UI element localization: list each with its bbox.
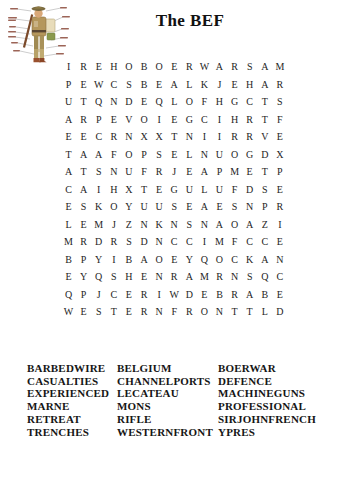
grid-cell-r6c5: O <box>121 146 136 164</box>
grid-cell-r5c11: I <box>212 128 227 146</box>
grid-cell-r11c1: M <box>61 233 76 251</box>
grid-cell-r6c13: G <box>242 146 257 164</box>
grid-cell-r4c7: I <box>152 111 167 129</box>
grid-cell-r15c5: E <box>121 303 136 321</box>
grid-cell-r7c1: A <box>61 163 76 181</box>
word-list-item: YPRES <box>218 426 316 439</box>
grid-cell-r11c4: R <box>106 233 121 251</box>
grid-cell-r10c12: O <box>227 216 242 234</box>
grid-cell-r2c15: R <box>272 76 287 94</box>
grid-cell-r7c9: E <box>182 163 197 181</box>
grid-cell-r2c4: C <box>106 76 121 94</box>
grid-cell-r15c10: O <box>197 303 212 321</box>
grid-cell-r3c9: O <box>182 93 197 111</box>
grid-cell-r14c2: P <box>76 286 91 304</box>
grid-cell-r15c8: F <box>167 303 182 321</box>
grid-cell-r11c15: E <box>272 233 287 251</box>
grid-cell-r12c14: A <box>257 251 272 269</box>
grid-cell-r9c6: U <box>136 198 151 216</box>
grid-cell-r10c10: N <box>197 216 212 234</box>
grid-cell-r9c1: E <box>61 198 76 216</box>
grid-cell-r2c14: A <box>257 76 272 94</box>
grid-cell-r15c4: T <box>106 303 121 321</box>
grid-cell-r6c6: P <box>136 146 151 164</box>
grid-cell-r4c8: E <box>167 111 182 129</box>
grid-cell-r10c11: A <box>212 216 227 234</box>
grid-cell-r3c1: U <box>61 93 76 111</box>
grid-cell-r12c1: B <box>61 251 76 269</box>
grid-cell-r9c12: S <box>227 198 242 216</box>
grid-cell-r4c10: C <box>197 111 212 129</box>
grid-cell-r12c5: B <box>121 251 136 269</box>
grid-cell-r11c12: F <box>227 233 242 251</box>
grid-cell-r7c4: N <box>106 163 121 181</box>
grid-cell-r10c13: A <box>242 216 257 234</box>
grid-cell-r14c15: E <box>272 286 287 304</box>
right-puttee-shape <box>40 49 44 58</box>
grid-cell-r7c2: T <box>76 163 91 181</box>
grid-cell-r5c15: E <box>272 128 287 146</box>
grid-cell-r15c7: N <box>152 303 167 321</box>
grid-cell-r6c2: A <box>76 146 91 164</box>
grid-cell-r2c5: S <box>121 76 136 94</box>
page-title: The BEF <box>26 11 354 31</box>
word-list-item: RIFLE <box>117 413 213 426</box>
word-list-item: RETREAT <box>27 413 109 426</box>
grid-cell-r11c13: C <box>242 233 257 251</box>
grid-cell-r7c7: R <box>152 163 167 181</box>
grid-cell-r15c13: T <box>242 303 257 321</box>
grid-cell-r6c3: A <box>91 146 106 164</box>
grid-cell-r5c8: T <box>167 128 182 146</box>
grid-cell-r6c7: S <box>152 146 167 164</box>
grid-cell-r10c5: Z <box>121 216 136 234</box>
grid-cell-r9c14: P <box>257 198 272 216</box>
grid-cell-r4c1: A <box>61 111 76 129</box>
grid-cell-r12c4: I <box>106 251 121 269</box>
grid-cell-r13c15: C <box>272 268 287 286</box>
grid-cell-r15c11: N <box>212 303 227 321</box>
grid-cell-r10c9: S <box>182 216 197 234</box>
grid-cell-r4c4: E <box>106 111 121 129</box>
grid-cell-r3c15: S <box>272 93 287 111</box>
grid-cell-r2c8: A <box>167 76 182 94</box>
grid-cell-r14c9: D <box>182 286 197 304</box>
grid-cell-r2c7: E <box>152 76 167 94</box>
grid-cell-r3c5: D <box>121 93 136 111</box>
grid-cell-r10c14: Z <box>257 216 272 234</box>
grid-cell-r15c9: R <box>182 303 197 321</box>
grid-cell-r5c9: N <box>182 128 197 146</box>
grid-cell-r9c7: U <box>152 198 167 216</box>
grid-cell-r3c8: L <box>167 93 182 111</box>
grid-cell-r7c15: P <box>272 163 287 181</box>
grid-cell-r2c10: K <box>197 76 212 94</box>
grid-cell-r11c10: I <box>197 233 212 251</box>
grid-cell-r9c3: K <box>91 198 106 216</box>
word-list-item: PROFESSIONAL <box>218 400 316 413</box>
grid-cell-r3c2: T <box>76 93 91 111</box>
grid-cell-r12c12: C <box>227 251 242 269</box>
grid-cell-r15c3: S <box>91 303 106 321</box>
grid-cell-r1c7: O <box>152 58 167 76</box>
grid-cell-r15c15: D <box>272 303 287 321</box>
grid-cell-r4c12: H <box>227 111 242 129</box>
grid-cell-r15c12: T <box>227 303 242 321</box>
grid-cell-r3c6: E <box>136 93 151 111</box>
grid-cell-r11c8: C <box>167 233 182 251</box>
grid-cell-r8c1: C <box>61 181 76 199</box>
grid-cell-r1c11: A <box>212 58 227 76</box>
grid-cell-r9c10: A <box>197 198 212 216</box>
grid-cell-r14c1: Q <box>61 286 76 304</box>
grid-cell-r7c6: F <box>136 163 151 181</box>
grid-cell-r5c13: R <box>242 128 257 146</box>
grid-cell-r10c7: K <box>152 216 167 234</box>
grid-cell-r13c12: N <box>227 268 242 286</box>
grid-cell-r1c6: B <box>136 58 151 76</box>
grid-cell-r13c2: Y <box>76 268 91 286</box>
grid-cell-r10c1: L <box>61 216 76 234</box>
word-list-column-1: BARBEDWIRECASUALTIESEXPERIENCEDMARNERETR… <box>27 362 109 438</box>
grid-cell-r14c8: W <box>167 286 182 304</box>
grid-cell-r11c14: C <box>257 233 272 251</box>
grid-cell-r3c11: H <box>212 93 227 111</box>
word-list-item: MARNE <box>27 400 109 413</box>
grid-cell-r6c4: F <box>106 146 121 164</box>
grid-cell-r15c2: E <box>76 303 91 321</box>
grid-cell-r7c10: A <box>197 163 212 181</box>
grid-cell-r10c6: N <box>136 216 151 234</box>
grid-cell-r9c11: E <box>212 198 227 216</box>
grid-cell-r4c14: T <box>257 111 272 129</box>
grid-cell-r8c13: D <box>242 181 257 199</box>
grid-cell-r1c9: R <box>182 58 197 76</box>
grid-cell-r4c3: P <box>91 111 106 129</box>
grid-cell-r8c3: I <box>91 181 106 199</box>
grid-cell-r4c9: G <box>182 111 197 129</box>
word-list-item: CASUALTIES <box>27 375 109 388</box>
grid-cell-r13c4: S <box>106 268 121 286</box>
grid-cell-r8c4: H <box>106 181 121 199</box>
grid-cell-r8c2: A <box>76 181 91 199</box>
grid-cell-r8c5: X <box>121 181 136 199</box>
word-list-column-3: BOERWARDEFENCEMACHINEGUNSPROFESSIONALSIR… <box>218 362 316 438</box>
grid-cell-r8c10: L <box>197 181 212 199</box>
grid-cell-r2c1: P <box>61 76 76 94</box>
left-puttee-shape <box>34 49 38 58</box>
grid-cell-r4c6: O <box>136 111 151 129</box>
grid-cell-r11c11: M <box>212 233 227 251</box>
grid-cell-r1c13: S <box>242 58 257 76</box>
grid-cell-r3c3: Q <box>91 93 106 111</box>
grid-cell-r13c10: M <box>197 268 212 286</box>
grid-cell-r6c14: D <box>257 146 272 164</box>
grid-cell-r13c8: R <box>167 268 182 286</box>
grid-cell-r13c7: N <box>152 268 167 286</box>
grid-cell-r3c4: N <box>106 93 121 111</box>
grid-cell-r8c7: E <box>152 181 167 199</box>
grid-cell-r6c12: O <box>227 146 242 164</box>
worksheet-page: The BEF IREHOBOERWARSAMPEWCSBEALKJEHARUT… <box>0 0 354 500</box>
wordsearch-grid: IREHOBOERWARSAMPEWCSBEALKJEHARUTQNDEQLOF… <box>61 58 287 321</box>
grid-cell-r3c14: T <box>257 93 272 111</box>
grid-cell-r7c5: U <box>121 163 136 181</box>
grid-cell-r12c8: E <box>167 251 182 269</box>
grid-cell-r12c7: O <box>152 251 167 269</box>
grid-cell-r5c12: R <box>227 128 242 146</box>
grid-cell-r14c7: I <box>152 286 167 304</box>
grid-cell-r6c1: T <box>61 146 76 164</box>
grid-cell-r1c5: O <box>121 58 136 76</box>
grid-cell-r5c4: R <box>106 128 121 146</box>
grid-cell-r6c11: U <box>212 146 227 164</box>
grid-cell-r12c11: O <box>212 251 227 269</box>
grid-cell-r12c2: P <box>76 251 91 269</box>
grid-cell-r5c2: E <box>76 128 91 146</box>
grid-cell-r13c3: Q <box>91 268 106 286</box>
grid-cell-r1c4: H <box>106 58 121 76</box>
word-list-item: LECATEAU <box>117 387 213 400</box>
grid-cell-r14c14: B <box>257 286 272 304</box>
word-list-item: BOERWAR <box>218 362 316 375</box>
grid-cell-r1c3: E <box>91 58 106 76</box>
grid-cell-r7c12: M <box>227 163 242 181</box>
grid-cell-r4c2: R <box>76 111 91 129</box>
word-list-item: TRENCHES <box>27 426 109 439</box>
grid-cell-r8c6: T <box>136 181 151 199</box>
grid-cell-r7c11: P <box>212 163 227 181</box>
grid-cell-r13c1: E <box>61 268 76 286</box>
grid-cell-r8c14: S <box>257 181 272 199</box>
grid-cell-r9c2: S <box>76 198 91 216</box>
grid-cell-r12c9: Y <box>182 251 197 269</box>
grid-cell-r15c1: W <box>61 303 76 321</box>
grid-cell-r9c8: S <box>167 198 182 216</box>
grid-cell-r14c4: C <box>106 286 121 304</box>
grid-cell-r11c2: R <box>76 233 91 251</box>
grid-cell-r2c9: L <box>182 76 197 94</box>
grid-cell-r13c5: H <box>121 268 136 286</box>
grid-cell-r3c7: Q <box>152 93 167 111</box>
grid-cell-r13c11: R <box>212 268 227 286</box>
right-boot-shape <box>39 58 46 62</box>
grid-cell-r14c5: E <box>121 286 136 304</box>
grid-cell-r8c9: U <box>182 181 197 199</box>
grid-cell-r11c7: N <box>152 233 167 251</box>
grid-cell-r7c14: T <box>257 163 272 181</box>
grid-cell-r4c15: F <box>272 111 287 129</box>
grid-cell-r6c9: L <box>182 146 197 164</box>
grid-cell-r14c11: B <box>212 286 227 304</box>
grid-cell-r8c8: G <box>167 181 182 199</box>
grid-cell-r10c3: M <box>91 216 106 234</box>
grid-cell-r1c15: M <box>272 58 287 76</box>
grid-cell-r5c3: C <box>91 128 106 146</box>
grid-cell-r15c14: L <box>257 303 272 321</box>
grid-cell-r4c5: V <box>121 111 136 129</box>
grid-cell-r10c15: I <box>272 216 287 234</box>
kit-pouch-shape <box>47 33 55 40</box>
grid-cell-r5c1: E <box>61 128 76 146</box>
grid-cell-r7c3: S <box>91 163 106 181</box>
word-list-item: SIRJOHNFRENCH <box>218 413 316 426</box>
grid-cell-r13c14: Q <box>257 268 272 286</box>
grid-cell-r9c13: N <box>242 198 257 216</box>
grid-cell-r1c14: A <box>257 58 272 76</box>
grid-cell-r11c3: D <box>91 233 106 251</box>
grid-cell-r1c8: E <box>167 58 182 76</box>
word-list-item: BELGIUM <box>117 362 213 375</box>
word-list-item: DEFENCE <box>218 375 316 388</box>
grid-cell-r2c2: E <box>76 76 91 94</box>
grid-cell-r3c13: C <box>242 93 257 111</box>
word-list-item: MACHINEGUNS <box>218 387 316 400</box>
grid-cell-r2c13: H <box>242 76 257 94</box>
grid-cell-r11c5: S <box>121 233 136 251</box>
grid-cell-r12c3: Y <box>91 251 106 269</box>
grid-cell-r2c6: B <box>136 76 151 94</box>
grid-cell-r2c3: W <box>91 76 106 94</box>
grid-cell-r12c15: N <box>272 251 287 269</box>
grid-cell-r12c13: K <box>242 251 257 269</box>
word-list-item: EXPERIENCED <box>27 387 109 400</box>
grid-cell-r5c6: X <box>136 128 151 146</box>
grid-cell-r4c11: I <box>212 111 227 129</box>
grid-cell-r2c12: E <box>227 76 242 94</box>
grid-cell-r1c1: I <box>61 58 76 76</box>
grid-cell-r12c6: A <box>136 251 151 269</box>
grid-cell-r3c12: G <box>227 93 242 111</box>
grid-cell-r5c7: X <box>152 128 167 146</box>
grid-cell-r14c3: J <box>91 286 106 304</box>
grid-cell-r7c8: J <box>167 163 182 181</box>
grid-cell-r14c12: R <box>227 286 242 304</box>
grid-cell-r10c4: J <box>106 216 121 234</box>
grid-cell-r10c2: E <box>76 216 91 234</box>
grid-cell-r1c12: R <box>227 58 242 76</box>
grid-cell-r6c15: X <box>272 146 287 164</box>
grid-cell-r2c11: J <box>212 76 227 94</box>
word-list-item: CHANNELPORTS <box>117 375 213 388</box>
grid-cell-r9c4: O <box>106 198 121 216</box>
grid-cell-r1c10: W <box>197 58 212 76</box>
grid-cell-r5c10: I <box>197 128 212 146</box>
grid-cell-r7c13: E <box>242 163 257 181</box>
grid-cell-r10c8: N <box>167 216 182 234</box>
grid-cell-r12c10: Q <box>197 251 212 269</box>
grid-cell-r1c2: R <box>76 58 91 76</box>
grid-cell-r6c10: N <box>197 146 212 164</box>
grid-cell-r3c10: F <box>197 93 212 111</box>
grid-cell-r8c12: F <box>227 181 242 199</box>
grid-cell-r9c15: R <box>272 198 287 216</box>
word-list-item: MONS <box>117 400 213 413</box>
grid-cell-r8c15: E <box>272 181 287 199</box>
grid-cell-r6c8: E <box>167 146 182 164</box>
grid-cell-r13c6: E <box>136 268 151 286</box>
word-list-item: WESTERNFRONT <box>117 426 213 439</box>
grid-cell-r5c14: V <box>257 128 272 146</box>
grid-cell-r15c6: R <box>136 303 151 321</box>
grid-cell-r11c9: C <box>182 233 197 251</box>
grid-cell-r5c5: N <box>121 128 136 146</box>
grid-cell-r11c6: D <box>136 233 151 251</box>
grid-cell-r9c9: E <box>182 198 197 216</box>
grid-cell-r13c13: S <box>242 268 257 286</box>
grid-cell-r14c6: R <box>136 286 151 304</box>
grid-cell-r14c10: E <box>197 286 212 304</box>
word-list-item: BARBEDWIRE <box>27 362 109 375</box>
grid-cell-r4c13: R <box>242 111 257 129</box>
grid-cell-r8c11: U <box>212 181 227 199</box>
grid-cell-r13c9: A <box>182 268 197 286</box>
grid-cell-r9c5: Y <box>121 198 136 216</box>
grid-cell-r14c13: A <box>242 286 257 304</box>
word-list-column-2: BELGIUMCHANNELPORTSLECATEAUMONSRIFLEWEST… <box>117 362 213 438</box>
